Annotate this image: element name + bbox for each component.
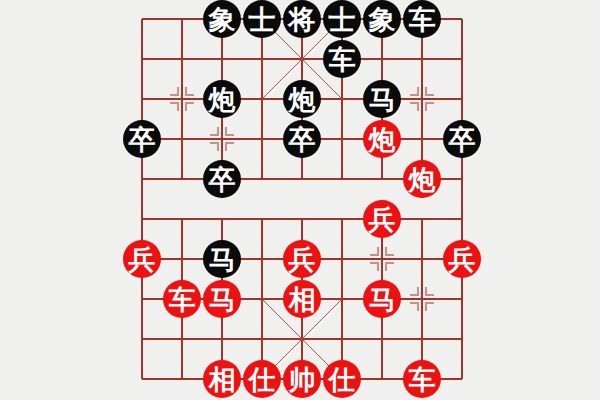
piece-black-chariot[interactable]: 车 — [323, 40, 361, 78]
piece-red-general[interactable]: 帅 — [283, 360, 321, 398]
piece-black-general[interactable]: 将 — [283, 0, 321, 38]
piece-red-horse[interactable]: 马 — [363, 280, 401, 318]
piece-red-elephant[interactable]: 相 — [283, 280, 321, 318]
piece-black-elephant[interactable]: 象 — [363, 0, 401, 38]
piece-red-soldier[interactable]: 兵 — [123, 240, 161, 278]
piece-black-advisor[interactable]: 士 — [243, 0, 281, 38]
piece-red-horse[interactable]: 马 — [203, 280, 241, 318]
piece-black-chariot[interactable]: 车 — [403, 0, 441, 38]
piece-black-advisor[interactable]: 士 — [323, 0, 361, 38]
piece-black-soldier[interactable]: 卒 — [283, 120, 321, 158]
piece-red-soldier[interactable]: 兵 — [443, 240, 481, 278]
piece-red-advisor[interactable]: 仕 — [323, 360, 361, 398]
piece-red-soldier[interactable]: 兵 — [363, 200, 401, 238]
piece-black-elephant[interactable]: 象 — [203, 0, 241, 38]
piece-red-cannon[interactable]: 炮 — [363, 120, 401, 158]
piece-black-soldier[interactable]: 卒 — [123, 120, 161, 158]
piece-red-soldier[interactable]: 兵 — [283, 240, 321, 278]
piece-red-elephant[interactable]: 相 — [203, 360, 241, 398]
piece-black-horse[interactable]: 马 — [203, 240, 241, 278]
piece-black-horse[interactable]: 马 — [363, 80, 401, 118]
piece-black-cannon[interactable]: 炮 — [283, 80, 321, 118]
piece-red-chariot[interactable]: 车 — [403, 360, 441, 398]
piece-black-soldier[interactable]: 卒 — [443, 120, 481, 158]
piece-black-cannon[interactable]: 炮 — [203, 80, 241, 118]
piece-red-cannon[interactable]: 炮 — [403, 160, 441, 198]
pieces-layer: 象士将士象车车炮炮马卒卒炮卒卒炮兵兵马兵兵车马相马相仕帅仕车 — [122, 0, 482, 399]
xiangqi-board: 象士将士象车车炮炮马卒卒炮卒卒炮兵兵马兵兵车马相马相仕帅仕车 — [0, 0, 600, 400]
piece-black-soldier[interactable]: 卒 — [203, 160, 241, 198]
piece-red-advisor[interactable]: 仕 — [243, 360, 281, 398]
piece-red-chariot[interactable]: 车 — [163, 280, 201, 318]
